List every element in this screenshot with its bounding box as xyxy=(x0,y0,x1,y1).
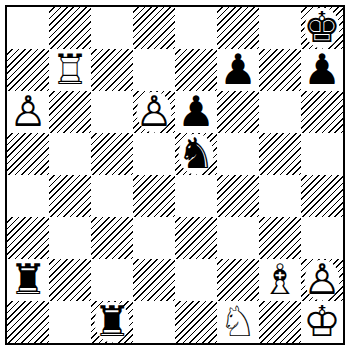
square-h2[interactable]: ♙ xyxy=(301,259,343,301)
square-c1[interactable]: ♜ xyxy=(91,301,133,343)
square-h7[interactable]: ♟ xyxy=(301,49,343,91)
square-d6[interactable]: ♙ xyxy=(133,91,175,133)
square-b6[interactable] xyxy=(49,91,91,133)
square-b8[interactable] xyxy=(49,7,91,49)
square-b1[interactable] xyxy=(49,301,91,343)
square-e2[interactable] xyxy=(175,259,217,301)
square-g8[interactable] xyxy=(259,7,301,49)
square-c5[interactable] xyxy=(91,133,133,175)
white-knight-f1: ♘ xyxy=(219,301,257,343)
square-g7[interactable] xyxy=(259,49,301,91)
chess-board: ♚♖♟♟♙♙♟♞♜♗♙♜♘♔ xyxy=(7,7,343,343)
white-pawn-a6: ♙ xyxy=(9,91,47,133)
square-e7[interactable] xyxy=(175,49,217,91)
square-d4[interactable] xyxy=(133,175,175,217)
square-d8[interactable] xyxy=(133,7,175,49)
square-h5[interactable] xyxy=(301,133,343,175)
white-king-h1: ♔ xyxy=(303,301,341,343)
square-b5[interactable] xyxy=(49,133,91,175)
square-e8[interactable] xyxy=(175,7,217,49)
square-e5[interactable]: ♞ xyxy=(175,133,217,175)
square-c3[interactable] xyxy=(91,217,133,259)
square-h4[interactable] xyxy=(301,175,343,217)
square-e4[interactable] xyxy=(175,175,217,217)
black-pawn-h7: ♟ xyxy=(303,49,341,91)
square-b4[interactable] xyxy=(49,175,91,217)
black-king-h8: ♚ xyxy=(303,7,341,49)
square-a3[interactable] xyxy=(7,217,49,259)
square-g6[interactable] xyxy=(259,91,301,133)
square-h1[interactable]: ♔ xyxy=(301,301,343,343)
square-d7[interactable] xyxy=(133,49,175,91)
black-pawn-e6: ♟ xyxy=(177,91,215,133)
square-f4[interactable] xyxy=(217,175,259,217)
square-c4[interactable] xyxy=(91,175,133,217)
square-d5[interactable] xyxy=(133,133,175,175)
square-c2[interactable] xyxy=(91,259,133,301)
square-h6[interactable] xyxy=(301,91,343,133)
square-d2[interactable] xyxy=(133,259,175,301)
square-b7[interactable]: ♖ xyxy=(49,49,91,91)
square-a4[interactable] xyxy=(7,175,49,217)
black-rook-a2: ♜ xyxy=(9,259,47,301)
square-e1[interactable] xyxy=(175,301,217,343)
white-pawn-h2: ♙ xyxy=(303,259,341,301)
white-bishop-g2: ♗ xyxy=(261,259,299,301)
square-g2[interactable]: ♗ xyxy=(259,259,301,301)
square-d3[interactable] xyxy=(133,217,175,259)
square-e3[interactable] xyxy=(175,217,217,259)
white-pawn-d6: ♙ xyxy=(135,91,173,133)
square-f2[interactable] xyxy=(217,259,259,301)
black-knight-e5: ♞ xyxy=(177,133,215,175)
square-h3[interactable] xyxy=(301,217,343,259)
square-a8[interactable] xyxy=(7,7,49,49)
square-f5[interactable] xyxy=(217,133,259,175)
square-a2[interactable]: ♜ xyxy=(7,259,49,301)
square-g4[interactable] xyxy=(259,175,301,217)
square-b2[interactable] xyxy=(49,259,91,301)
white-rook-b7: ♖ xyxy=(51,49,89,91)
square-e6[interactable]: ♟ xyxy=(175,91,217,133)
chess-diagram-frame: ♚♖♟♟♙♙♟♞♜♗♙♜♘♔ xyxy=(5,5,345,345)
square-a5[interactable] xyxy=(7,133,49,175)
black-pawn-f7: ♟ xyxy=(219,49,257,91)
square-g1[interactable] xyxy=(259,301,301,343)
square-c7[interactable] xyxy=(91,49,133,91)
square-f1[interactable]: ♘ xyxy=(217,301,259,343)
black-rook-c1: ♜ xyxy=(93,301,131,343)
square-h8[interactable]: ♚ xyxy=(301,7,343,49)
square-f6[interactable] xyxy=(217,91,259,133)
square-a7[interactable] xyxy=(7,49,49,91)
square-b3[interactable] xyxy=(49,217,91,259)
square-f7[interactable]: ♟ xyxy=(217,49,259,91)
square-g3[interactable] xyxy=(259,217,301,259)
square-g5[interactable] xyxy=(259,133,301,175)
square-c6[interactable] xyxy=(91,91,133,133)
square-c8[interactable] xyxy=(91,7,133,49)
square-f8[interactable] xyxy=(217,7,259,49)
square-a1[interactable] xyxy=(7,301,49,343)
square-d1[interactable] xyxy=(133,301,175,343)
square-f3[interactable] xyxy=(217,217,259,259)
square-a6[interactable]: ♙ xyxy=(7,91,49,133)
